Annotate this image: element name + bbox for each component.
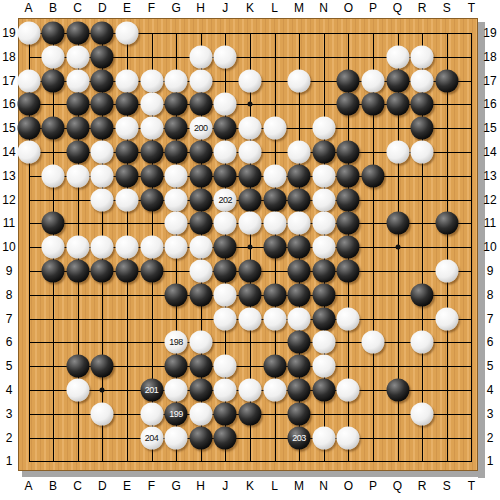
white-stone-F15[interactable] — [140, 117, 163, 140]
black-stone-K13[interactable] — [238, 164, 261, 187]
black-stone-G14[interactable] — [165, 141, 188, 164]
black-stone-O12[interactable] — [337, 188, 360, 211]
star-point-Q10 — [395, 245, 400, 250]
coord-left-15: 15 — [2, 121, 15, 135]
black-stone-Q17[interactable] — [386, 69, 409, 92]
white-stone-J4[interactable] — [214, 379, 237, 402]
black-stone-K3[interactable] — [238, 402, 261, 425]
black-stone-B17[interactable] — [42, 69, 65, 92]
white-stone-P6[interactable] — [361, 331, 384, 354]
white-stone-N13[interactable] — [312, 164, 335, 187]
white-stone-J11[interactable] — [214, 212, 237, 235]
white-stone-M17[interactable] — [288, 69, 311, 92]
coord-top-H: H — [196, 1, 205, 15]
coord-bottom-R: R — [418, 479, 427, 493]
white-stone-L11[interactable] — [263, 212, 286, 235]
white-stone-R6[interactable] — [411, 331, 434, 354]
black-stone-S17[interactable] — [435, 69, 458, 92]
black-stone-O17[interactable] — [337, 69, 360, 92]
coord-top-K: K — [246, 1, 254, 15]
black-stone-M10[interactable] — [288, 236, 311, 259]
coord-top-N: N — [319, 1, 328, 15]
white-stone-K17[interactable] — [238, 69, 261, 92]
black-stone-C19[interactable] — [66, 22, 89, 45]
white-stone-R3[interactable] — [411, 402, 434, 425]
coord-bottom-N: N — [319, 479, 328, 493]
coord-top-G: G — [171, 1, 180, 15]
black-stone-J13[interactable] — [214, 164, 237, 187]
white-stone-K11[interactable] — [238, 212, 261, 235]
black-stone-Q16[interactable] — [386, 93, 409, 116]
coord-bottom-M: M — [294, 479, 304, 493]
black-stone-B9[interactable] — [42, 260, 65, 283]
coord-right-5: 5 — [487, 359, 494, 373]
white-stone-J8[interactable] — [214, 283, 237, 306]
coord-bottom-S: S — [443, 479, 451, 493]
black-stone-H2[interactable] — [189, 426, 212, 449]
black-stone-N14[interactable] — [312, 141, 335, 164]
white-stone-H10[interactable] — [189, 236, 212, 259]
black-stone-Q11[interactable] — [386, 212, 409, 235]
black-stone-D15[interactable] — [91, 117, 114, 140]
white-stone-K4[interactable] — [238, 379, 261, 402]
black-stone-L5[interactable] — [263, 355, 286, 378]
coord-right-3: 3 — [487, 407, 494, 421]
coord-left-3: 3 — [6, 407, 13, 421]
coord-bottom-E: E — [123, 479, 131, 493]
white-stone-A17[interactable] — [17, 69, 40, 92]
black-stone-M4[interactable] — [288, 379, 311, 402]
black-stone-C9[interactable] — [66, 260, 89, 283]
black-stone-G3[interactable]: 199 — [165, 402, 188, 425]
white-stone-N10[interactable] — [312, 236, 335, 259]
coord-bottom-B: B — [49, 479, 57, 493]
black-stone-H13[interactable] — [189, 164, 212, 187]
black-stone-O11[interactable] — [337, 212, 360, 235]
black-stone-D5[interactable] — [91, 355, 114, 378]
black-stone-R8[interactable] — [411, 283, 434, 306]
black-stone-R15[interactable] — [411, 117, 434, 140]
black-stone-L8[interactable] — [263, 283, 286, 306]
black-stone-F4[interactable]: 201 — [140, 379, 163, 402]
coord-right-9: 9 — [487, 264, 494, 278]
coord-bottom-D: D — [98, 479, 107, 493]
black-stone-L10[interactable] — [263, 236, 286, 259]
coord-left-6: 6 — [6, 335, 13, 349]
coord-right-2: 2 — [487, 431, 494, 445]
coord-bottom-Q: Q — [393, 479, 402, 493]
white-stone-O7[interactable] — [337, 307, 360, 330]
coord-bottom-T: T — [468, 479, 475, 493]
move-number-label: 200 — [194, 124, 208, 133]
move-number-label: 199 — [169, 409, 183, 418]
move-number-label: 198 — [169, 338, 183, 347]
white-stone-H17[interactable] — [189, 69, 212, 92]
white-stone-R14[interactable] — [411, 141, 434, 164]
white-stone-J7[interactable] — [214, 307, 237, 330]
white-stone-J5[interactable] — [214, 355, 237, 378]
black-stone-C16[interactable] — [66, 93, 89, 116]
white-stone-C17[interactable] — [66, 69, 89, 92]
star-point-D4 — [100, 388, 105, 393]
black-stone-J2[interactable] — [214, 426, 237, 449]
star-point-K10 — [247, 245, 252, 250]
black-stone-E14[interactable] — [115, 141, 138, 164]
black-stone-G8[interactable] — [165, 283, 188, 306]
coord-bottom-L: L — [271, 479, 278, 493]
white-stone-N12[interactable] — [312, 188, 335, 211]
white-stone-F10[interactable] — [140, 236, 163, 259]
white-stone-L7[interactable] — [263, 307, 286, 330]
move-number-label: 201 — [145, 386, 159, 395]
coord-left-18: 18 — [2, 50, 15, 64]
black-stone-O13[interactable] — [337, 164, 360, 187]
coord-top-B: B — [49, 1, 57, 15]
grid-line-vertical — [447, 33, 448, 462]
coord-right-18: 18 — [483, 50, 496, 64]
white-stone-N5[interactable] — [312, 355, 335, 378]
coord-left-19: 19 — [2, 26, 15, 40]
coord-bottom-C: C — [73, 479, 82, 493]
black-stone-A16[interactable] — [17, 93, 40, 116]
coord-bottom-K: K — [246, 479, 254, 493]
black-stone-E13[interactable] — [115, 164, 138, 187]
star-point-K16 — [247, 102, 252, 107]
coord-right-16: 16 — [483, 97, 496, 111]
coord-top-M: M — [294, 1, 304, 15]
white-stone-H6[interactable] — [189, 331, 212, 354]
black-stone-H4[interactable] — [189, 379, 212, 402]
white-stone-G11[interactable] — [165, 212, 188, 235]
white-stone-G13[interactable] — [165, 164, 188, 187]
white-stone-J18[interactable] — [214, 45, 237, 68]
coord-top-D: D — [98, 1, 107, 15]
black-stone-A15[interactable] — [17, 117, 40, 140]
white-stone-G6[interactable]: 198 — [165, 331, 188, 354]
move-number-label: 202 — [219, 195, 233, 204]
black-stone-D19[interactable] — [91, 22, 114, 45]
white-stone-D10[interactable] — [91, 236, 114, 259]
black-stone-P16[interactable] — [361, 93, 384, 116]
black-stone-J15[interactable] — [214, 117, 237, 140]
black-stone-N8[interactable] — [312, 283, 335, 306]
coord-right-14: 14 — [483, 145, 496, 159]
black-stone-O14[interactable] — [337, 141, 360, 164]
coord-right-8: 8 — [487, 288, 494, 302]
white-stone-E17[interactable] — [115, 69, 138, 92]
black-stone-E9[interactable] — [115, 260, 138, 283]
black-stone-M13[interactable] — [288, 164, 311, 187]
coord-bottom-P: P — [369, 479, 377, 493]
black-stone-H12[interactable] — [189, 188, 212, 211]
white-stone-A14[interactable] — [17, 141, 40, 164]
move-number-label: 203 — [292, 433, 306, 442]
black-stone-O9[interactable] — [337, 260, 360, 283]
white-stone-P17[interactable] — [361, 69, 384, 92]
coord-left-14: 14 — [2, 145, 15, 159]
black-stone-D16[interactable] — [91, 93, 114, 116]
coord-top-P: P — [369, 1, 377, 15]
coord-top-Q: Q — [393, 1, 402, 15]
black-stone-G5[interactable] — [165, 355, 188, 378]
black-stone-M8[interactable] — [288, 283, 311, 306]
coord-top-T: T — [468, 1, 475, 15]
white-stone-S7[interactable] — [435, 307, 458, 330]
coord-left-8: 8 — [6, 288, 13, 302]
black-stone-M12[interactable] — [288, 188, 311, 211]
black-stone-H16[interactable] — [189, 93, 212, 116]
white-stone-N15[interactable] — [312, 117, 335, 140]
coord-left-16: 16 — [2, 97, 15, 111]
black-stone-K9[interactable] — [238, 260, 261, 283]
black-stone-N4[interactable] — [312, 379, 335, 402]
black-stone-K8[interactable] — [238, 283, 261, 306]
coord-right-10: 10 — [483, 240, 496, 254]
coord-top-C: C — [73, 1, 82, 15]
grid-line-vertical — [471, 33, 472, 462]
black-stone-C15[interactable] — [66, 117, 89, 140]
black-stone-F14[interactable] — [140, 141, 163, 164]
white-stone-D12[interactable] — [91, 188, 114, 211]
white-stone-A19[interactable] — [17, 22, 40, 45]
coord-top-F: F — [148, 1, 155, 15]
white-stone-N6[interactable] — [312, 331, 335, 354]
coord-left-5: 5 — [6, 359, 13, 373]
black-stone-G16[interactable] — [165, 93, 188, 116]
black-stone-M5[interactable] — [288, 355, 311, 378]
coord-left-1: 1 — [6, 454, 13, 468]
white-stone-F16[interactable] — [140, 93, 163, 116]
black-stone-Q4[interactable] — [386, 379, 409, 402]
white-stone-R17[interactable] — [411, 69, 434, 92]
coord-bottom-G: G — [171, 479, 180, 493]
white-stone-C13[interactable] — [66, 164, 89, 187]
white-stone-B13[interactable] — [42, 164, 65, 187]
white-stone-E15[interactable] — [115, 117, 138, 140]
white-stone-H9[interactable] — [189, 260, 212, 283]
black-stone-J9[interactable] — [214, 260, 237, 283]
black-stone-S11[interactable] — [435, 212, 458, 235]
black-stone-O10[interactable] — [337, 236, 360, 259]
white-stone-F17[interactable] — [140, 69, 163, 92]
coord-top-O: O — [344, 1, 353, 15]
coord-right-12: 12 — [483, 193, 496, 207]
white-stone-H3[interactable] — [189, 402, 212, 425]
go-board-screen: AABBCCDDEEFFGGHHJJKKLLMMNNOOPPQQRRSSTT19… — [0, 0, 500, 500]
coord-left-12: 12 — [2, 193, 15, 207]
coord-bottom-F: F — [148, 479, 155, 493]
black-stone-L12[interactable] — [263, 188, 286, 211]
white-stone-R18[interactable] — [411, 45, 434, 68]
coord-top-J: J — [222, 1, 228, 15]
black-stone-B11[interactable] — [42, 212, 65, 235]
coord-left-2: 2 — [6, 431, 13, 445]
white-stone-J16[interactable] — [214, 93, 237, 116]
move-number-label: 204 — [145, 433, 159, 442]
black-stone-R16[interactable] — [411, 93, 434, 116]
white-stone-O4[interactable] — [337, 379, 360, 402]
white-stone-E12[interactable] — [115, 188, 138, 211]
coord-left-10: 10 — [2, 240, 15, 254]
black-stone-P13[interactable] — [361, 164, 384, 187]
coord-top-L: L — [271, 1, 278, 15]
white-stone-G10[interactable] — [165, 236, 188, 259]
coord-right-1: 1 — [487, 454, 494, 468]
white-stone-E10[interactable] — [115, 236, 138, 259]
white-stone-G4[interactable] — [165, 379, 188, 402]
white-stone-M7[interactable] — [288, 307, 311, 330]
black-stone-H14[interactable] — [189, 141, 212, 164]
white-stone-M14[interactable] — [288, 141, 311, 164]
coord-bottom-J: J — [222, 479, 228, 493]
white-stone-N2[interactable] — [312, 426, 335, 449]
white-stone-D13[interactable] — [91, 164, 114, 187]
black-stone-F13[interactable] — [140, 164, 163, 187]
coord-bottom-A: A — [24, 479, 32, 493]
white-stone-K15[interactable] — [238, 117, 261, 140]
black-stone-D9[interactable] — [91, 260, 114, 283]
white-stone-C4[interactable] — [66, 379, 89, 402]
black-stone-M2[interactable]: 203 — [288, 426, 311, 449]
black-stone-B19[interactable] — [42, 22, 65, 45]
coord-left-17: 17 — [2, 74, 15, 88]
white-stone-H15[interactable]: 200 — [189, 117, 212, 140]
coord-top-R: R — [418, 1, 427, 15]
black-stone-M6[interactable] — [288, 331, 311, 354]
coord-top-E: E — [123, 1, 131, 15]
coord-top-A: A — [24, 1, 32, 15]
white-stone-L15[interactable] — [263, 117, 286, 140]
white-stone-K7[interactable] — [238, 307, 261, 330]
coord-right-11: 11 — [484, 216, 496, 230]
black-stone-G15[interactable] — [165, 117, 188, 140]
white-stone-G2[interactable] — [165, 426, 188, 449]
white-stone-J12[interactable]: 202 — [214, 188, 237, 211]
coord-left-13: 13 — [2, 169, 15, 183]
coord-left-4: 4 — [6, 383, 13, 397]
coord-right-6: 6 — [487, 335, 494, 349]
black-stone-C5[interactable] — [66, 355, 89, 378]
white-stone-D14[interactable] — [91, 141, 114, 164]
coord-right-15: 15 — [483, 121, 496, 135]
black-stone-M3[interactable] — [288, 402, 311, 425]
black-stone-B15[interactable] — [42, 117, 65, 140]
white-stone-C10[interactable] — [66, 236, 89, 259]
black-stone-D18[interactable] — [91, 45, 114, 68]
white-stone-Q18[interactable] — [386, 45, 409, 68]
coord-right-7: 7 — [487, 312, 494, 326]
black-stone-H8[interactable] — [189, 283, 212, 306]
black-stone-H5[interactable] — [189, 355, 212, 378]
coord-left-11: 11 — [3, 216, 15, 230]
coord-right-19: 19 — [483, 26, 496, 40]
black-stone-M9[interactable] — [288, 260, 311, 283]
white-stone-F2[interactable]: 204 — [140, 426, 163, 449]
white-stone-J14[interactable] — [214, 141, 237, 164]
white-stone-C18[interactable] — [66, 45, 89, 68]
white-stone-L4[interactable] — [263, 379, 286, 402]
black-stone-O16[interactable] — [337, 93, 360, 116]
white-stone-M11[interactable] — [288, 212, 311, 235]
white-stone-Q14[interactable] — [386, 141, 409, 164]
coord-top-S: S — [443, 1, 451, 15]
coord-bottom-O: O — [344, 479, 353, 493]
black-stone-K12[interactable] — [238, 188, 261, 211]
white-stone-G12[interactable] — [165, 188, 188, 211]
white-stone-G17[interactable] — [165, 69, 188, 92]
white-stone-F3[interactable] — [140, 402, 163, 425]
coord-left-9: 9 — [6, 264, 13, 278]
coord-left-7: 7 — [6, 312, 13, 326]
black-stone-E16[interactable] — [115, 93, 138, 116]
white-stone-B18[interactable] — [42, 45, 65, 68]
black-stone-N7[interactable] — [312, 307, 335, 330]
white-stone-K14[interactable] — [238, 141, 261, 164]
coord-right-13: 13 — [483, 169, 496, 183]
white-stone-B10[interactable] — [42, 236, 65, 259]
black-stone-H11[interactable] — [189, 212, 212, 235]
white-stone-L13[interactable] — [263, 164, 286, 187]
white-stone-E19[interactable] — [115, 22, 138, 45]
white-stone-H18[interactable] — [189, 45, 212, 68]
board-shadow-bottom — [22, 471, 485, 477]
white-stone-O2[interactable] — [337, 426, 360, 449]
white-stone-D3[interactable] — [91, 402, 114, 425]
black-stone-J3[interactable] — [214, 402, 237, 425]
black-stone-F12[interactable] — [140, 188, 163, 211]
black-stone-F9[interactable] — [140, 260, 163, 283]
coord-right-4: 4 — [487, 383, 494, 397]
black-stone-D17[interactable] — [91, 69, 114, 92]
coord-bottom-H: H — [196, 479, 205, 493]
black-stone-C14[interactable] — [66, 141, 89, 164]
coord-right-17: 17 — [483, 74, 496, 88]
white-stone-S9[interactable] — [435, 260, 458, 283]
black-stone-J10[interactable] — [214, 236, 237, 259]
white-stone-N11[interactable] — [312, 212, 335, 235]
black-stone-N9[interactable] — [312, 260, 335, 283]
